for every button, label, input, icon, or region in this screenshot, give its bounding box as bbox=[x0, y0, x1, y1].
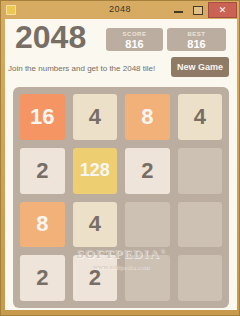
empty-cell bbox=[178, 255, 223, 301]
tile-2: 2 bbox=[20, 148, 65, 194]
close-icon: ✕ bbox=[219, 5, 227, 15]
tile-8: 8 bbox=[125, 94, 170, 140]
title-bar[interactable]: 2048 ✕ bbox=[1, 1, 239, 19]
tile-16: 16 bbox=[20, 94, 65, 140]
game-subtitle: Join the numbers and get to the 2048 til… bbox=[8, 64, 155, 73]
score-box: SCORE 816 bbox=[106, 28, 163, 51]
score-value: 816 bbox=[106, 38, 163, 50]
best-label: BEST bbox=[167, 31, 226, 38]
best-value: 816 bbox=[167, 38, 226, 50]
tile-4: 4 bbox=[73, 94, 118, 140]
tile-4: 4 bbox=[178, 94, 223, 140]
board[interactable]: 16484212828422 bbox=[13, 87, 229, 308]
empty-cell bbox=[178, 148, 223, 194]
tile-4: 4 bbox=[73, 202, 118, 248]
tile-8: 8 bbox=[20, 202, 65, 248]
tile-2: 2 bbox=[125, 148, 170, 194]
best-box: BEST 816 bbox=[167, 28, 226, 51]
maximize-icon bbox=[193, 6, 203, 15]
content-area: 2048 SCORE 816 BEST 816 Join the numbers… bbox=[5, 19, 237, 310]
minimize-icon bbox=[174, 11, 183, 13]
empty-cell bbox=[125, 202, 170, 248]
close-button[interactable]: ✕ bbox=[208, 2, 237, 18]
app-window: 2048 ✕ 2048 SCORE 816 BEST 816 Join the … bbox=[0, 0, 240, 316]
tile-2: 2 bbox=[20, 255, 65, 301]
new-game-button[interactable]: New Game bbox=[171, 57, 229, 77]
score-label: SCORE bbox=[106, 31, 163, 38]
tile-2: 2 bbox=[73, 255, 118, 301]
empty-cell bbox=[178, 202, 223, 248]
empty-cell bbox=[125, 255, 170, 301]
minimize-button[interactable] bbox=[171, 4, 187, 16]
maximize-button[interactable] bbox=[190, 4, 206, 16]
tile-128: 128 bbox=[73, 148, 118, 194]
game-logo: 2048 bbox=[15, 21, 86, 53]
